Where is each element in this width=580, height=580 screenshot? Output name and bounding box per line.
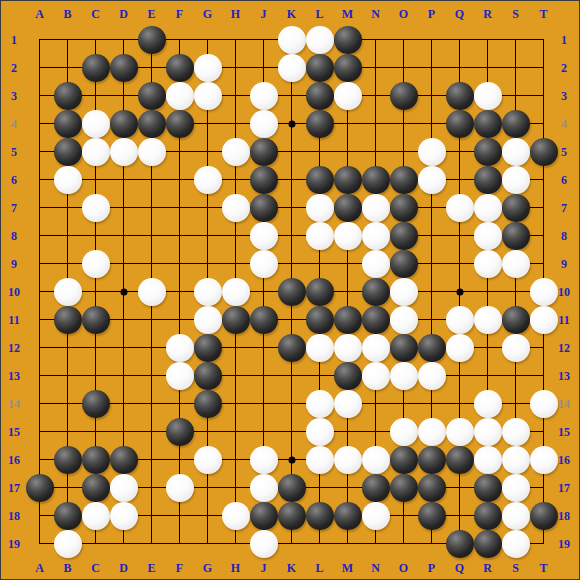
stone-black-C14 — [82, 390, 110, 418]
stone-white-R16 — [474, 446, 502, 474]
stone-white-Q7 — [446, 194, 474, 222]
stone-black-T18 — [530, 502, 558, 530]
col-label-bottom-F: F — [176, 562, 183, 574]
stone-white-S19 — [502, 530, 530, 558]
stone-white-L7 — [306, 194, 334, 222]
stone-black-O17 — [390, 474, 418, 502]
row-label-right-17: 17 — [558, 482, 570, 494]
row-label-right-7: 7 — [561, 202, 567, 214]
stone-white-L8 — [306, 222, 334, 250]
stone-white-D5 — [110, 138, 138, 166]
col-label-top-S: S — [512, 8, 519, 20]
stone-white-R8 — [474, 222, 502, 250]
stone-black-K18 — [278, 502, 306, 530]
stone-white-C4 — [82, 110, 110, 138]
col-label-top-F: F — [176, 8, 183, 20]
stone-white-F17 — [166, 474, 194, 502]
stone-white-N8 — [362, 222, 390, 250]
row-label-left-1: 1 — [11, 34, 17, 46]
stone-black-L6 — [306, 166, 334, 194]
stone-black-L10 — [306, 278, 334, 306]
stone-black-Q19 — [446, 530, 474, 558]
col-label-top-K: K — [287, 8, 296, 20]
stone-black-B11 — [54, 306, 82, 334]
stone-white-N13 — [362, 362, 390, 390]
stone-black-J5 — [250, 138, 278, 166]
stone-black-R18 — [474, 502, 502, 530]
stone-black-F4 — [166, 110, 194, 138]
stone-white-T14 — [530, 390, 558, 418]
stone-white-G3 — [194, 82, 222, 110]
stone-white-M16 — [334, 446, 362, 474]
row-label-left-14: 14 — [8, 398, 20, 410]
stone-white-K1 — [278, 26, 306, 54]
col-label-bottom-N: N — [371, 562, 380, 574]
stone-white-S12 — [502, 334, 530, 362]
col-label-bottom-R: R — [483, 562, 492, 574]
stone-white-S6 — [502, 166, 530, 194]
stone-black-G12 — [194, 334, 222, 362]
row-label-right-13: 13 — [558, 370, 570, 382]
row-label-right-15: 15 — [558, 426, 570, 438]
row-label-right-3: 3 — [561, 90, 567, 102]
row-label-left-16: 16 — [8, 454, 20, 466]
stone-white-Q12 — [446, 334, 474, 362]
stone-white-G2 — [194, 54, 222, 82]
stone-white-G10 — [194, 278, 222, 306]
col-label-top-B: B — [63, 8, 71, 20]
stone-white-M3 — [334, 82, 362, 110]
stone-black-P17 — [418, 474, 446, 502]
col-label-top-C: C — [91, 8, 100, 20]
col-label-bottom-G: G — [203, 562, 212, 574]
row-label-right-8: 8 — [561, 230, 567, 242]
stone-black-S11 — [502, 306, 530, 334]
star-point-D10 — [120, 288, 127, 295]
stone-white-N16 — [362, 446, 390, 474]
stone-white-S18 — [502, 502, 530, 530]
stone-white-J8 — [250, 222, 278, 250]
stone-black-B16 — [54, 446, 82, 474]
row-label-right-14: 14 — [558, 398, 570, 410]
stone-black-O8 — [390, 222, 418, 250]
stone-white-F13 — [166, 362, 194, 390]
stone-white-M14 — [334, 390, 362, 418]
stone-white-J9 — [250, 250, 278, 278]
stone-white-P13 — [418, 362, 446, 390]
stone-black-O16 — [390, 446, 418, 474]
stone-white-L14 — [306, 390, 334, 418]
stone-white-T11 — [530, 306, 558, 334]
stone-white-T10 — [530, 278, 558, 306]
stone-white-G6 — [194, 166, 222, 194]
stone-white-O10 — [390, 278, 418, 306]
col-label-bottom-P: P — [428, 562, 435, 574]
stone-black-N17 — [362, 474, 390, 502]
stone-white-Q11 — [446, 306, 474, 334]
stone-white-H7 — [222, 194, 250, 222]
col-label-top-P: P — [428, 8, 435, 20]
stone-black-D16 — [110, 446, 138, 474]
col-label-bottom-C: C — [91, 562, 100, 574]
row-label-left-5: 5 — [11, 146, 17, 158]
stone-white-S5 — [502, 138, 530, 166]
row-label-left-9: 9 — [11, 258, 17, 270]
row-label-left-4: 4 — [11, 118, 17, 130]
stone-white-O13 — [390, 362, 418, 390]
stone-white-N18 — [362, 502, 390, 530]
col-label-bottom-M: M — [342, 562, 353, 574]
row-label-left-3: 3 — [11, 90, 17, 102]
stone-black-R4 — [474, 110, 502, 138]
col-label-top-M: M — [342, 8, 353, 20]
col-label-top-T: T — [539, 8, 547, 20]
stone-black-L11 — [306, 306, 334, 334]
stone-white-D17 — [110, 474, 138, 502]
stone-black-E1 — [138, 26, 166, 54]
stone-black-A17 — [26, 474, 54, 502]
stone-black-M18 — [334, 502, 362, 530]
col-label-bottom-S: S — [512, 562, 519, 574]
stone-black-N11 — [362, 306, 390, 334]
col-label-top-D: D — [119, 8, 128, 20]
col-label-bottom-A: A — [35, 562, 44, 574]
stone-white-S16 — [502, 446, 530, 474]
stone-black-L2 — [306, 54, 334, 82]
stone-white-P15 — [418, 418, 446, 446]
row-label-left-8: 8 — [11, 230, 17, 242]
stone-white-C7 — [82, 194, 110, 222]
stone-white-R14 — [474, 390, 502, 418]
stone-black-K12 — [278, 334, 306, 362]
row-label-left-19: 19 — [8, 538, 20, 550]
stone-white-D18 — [110, 502, 138, 530]
row-label-left-6: 6 — [11, 174, 17, 186]
col-label-top-H: H — [231, 8, 240, 20]
stone-black-B3 — [54, 82, 82, 110]
row-label-right-1: 1 — [561, 34, 567, 46]
col-label-bottom-L: L — [315, 562, 323, 574]
stone-black-E3 — [138, 82, 166, 110]
star-point-K16 — [288, 456, 295, 463]
row-label-left-10: 10 — [8, 286, 20, 298]
stone-white-R7 — [474, 194, 502, 222]
stone-black-C16 — [82, 446, 110, 474]
col-label-top-O: O — [399, 8, 408, 20]
col-label-top-E: E — [147, 8, 155, 20]
stone-black-Q4 — [446, 110, 474, 138]
stone-white-T16 — [530, 446, 558, 474]
row-label-right-16: 16 — [558, 454, 570, 466]
stone-black-M11 — [334, 306, 362, 334]
stone-white-S15 — [502, 418, 530, 446]
stone-white-C9 — [82, 250, 110, 278]
stone-white-R3 — [474, 82, 502, 110]
stone-white-M12 — [334, 334, 362, 362]
col-label-top-N: N — [371, 8, 380, 20]
stone-black-C2 — [82, 54, 110, 82]
stone-white-E5 — [138, 138, 166, 166]
row-label-right-10: 10 — [558, 286, 570, 298]
stone-black-O12 — [390, 334, 418, 362]
stone-black-B5 — [54, 138, 82, 166]
stone-white-G11 — [194, 306, 222, 334]
stone-white-O15 — [390, 418, 418, 446]
row-label-right-12: 12 — [558, 342, 570, 354]
stone-black-M6 — [334, 166, 362, 194]
stone-black-L4 — [306, 110, 334, 138]
stone-white-J17 — [250, 474, 278, 502]
row-label-left-13: 13 — [8, 370, 20, 382]
stone-black-C17 — [82, 474, 110, 502]
row-label-right-18: 18 — [558, 510, 570, 522]
col-label-top-Q: Q — [455, 8, 464, 20]
stone-black-D4 — [110, 110, 138, 138]
stone-white-N9 — [362, 250, 390, 278]
stone-black-M13 — [334, 362, 362, 390]
stone-white-R15 — [474, 418, 502, 446]
row-label-left-11: 11 — [8, 314, 19, 326]
stone-white-P5 — [418, 138, 446, 166]
row-label-right-9: 9 — [561, 258, 567, 270]
stone-black-G14 — [194, 390, 222, 418]
col-label-bottom-B: B — [63, 562, 71, 574]
col-label-top-A: A — [35, 8, 44, 20]
stone-white-J3 — [250, 82, 278, 110]
row-label-left-15: 15 — [8, 426, 20, 438]
go-board[interactable]: AABBCCDDEEFFGGHHJJKKLLMMNNOOPPQQRRSSTT11… — [0, 0, 580, 580]
stone-black-S4 — [502, 110, 530, 138]
col-label-bottom-Q: Q — [455, 562, 464, 574]
col-label-bottom-J: J — [261, 562, 267, 574]
stone-white-J19 — [250, 530, 278, 558]
stone-white-F12 — [166, 334, 194, 362]
row-label-left-17: 17 — [8, 482, 20, 494]
stone-black-Q16 — [446, 446, 474, 474]
stone-black-O6 — [390, 166, 418, 194]
col-label-bottom-T: T — [539, 562, 547, 574]
stone-black-R6 — [474, 166, 502, 194]
stone-black-S8 — [502, 222, 530, 250]
stone-black-N10 — [362, 278, 390, 306]
stone-black-Q3 — [446, 82, 474, 110]
stone-white-N7 — [362, 194, 390, 222]
stone-black-G13 — [194, 362, 222, 390]
stone-white-B6 — [54, 166, 82, 194]
stone-white-O11 — [390, 306, 418, 334]
stone-white-K2 — [278, 54, 306, 82]
stone-black-B18 — [54, 502, 82, 530]
stone-black-P18 — [418, 502, 446, 530]
stone-white-M8 — [334, 222, 362, 250]
row-label-left-12: 12 — [8, 342, 20, 354]
stone-black-M7 — [334, 194, 362, 222]
stone-black-H11 — [222, 306, 250, 334]
col-label-top-J: J — [261, 8, 267, 20]
col-label-top-L: L — [315, 8, 323, 20]
stone-white-L12 — [306, 334, 334, 362]
row-label-right-11: 11 — [558, 314, 569, 326]
stone-black-J7 — [250, 194, 278, 222]
stone-black-D2 — [110, 54, 138, 82]
stone-white-R9 — [474, 250, 502, 278]
row-label-right-6: 6 — [561, 174, 567, 186]
stone-white-H18 — [222, 502, 250, 530]
stone-black-F2 — [166, 54, 194, 82]
col-label-bottom-D: D — [119, 562, 128, 574]
stone-white-H5 — [222, 138, 250, 166]
stone-black-R19 — [474, 530, 502, 558]
stone-black-K17 — [278, 474, 306, 502]
row-label-right-4: 4 — [561, 118, 567, 130]
stone-white-C5 — [82, 138, 110, 166]
stone-white-B10 — [54, 278, 82, 306]
stone-black-J11 — [250, 306, 278, 334]
stone-black-B4 — [54, 110, 82, 138]
stone-white-C18 — [82, 502, 110, 530]
stone-black-P12 — [418, 334, 446, 362]
stone-white-L16 — [306, 446, 334, 474]
stone-white-F3 — [166, 82, 194, 110]
stone-black-S7 — [502, 194, 530, 222]
stone-black-O3 — [390, 82, 418, 110]
stone-white-P6 — [418, 166, 446, 194]
stone-white-S17 — [502, 474, 530, 502]
stone-white-L15 — [306, 418, 334, 446]
star-point-Q10 — [456, 288, 463, 295]
stone-white-L1 — [306, 26, 334, 54]
row-label-left-18: 18 — [8, 510, 20, 522]
row-label-right-19: 19 — [558, 538, 570, 550]
star-point-K4 — [288, 120, 295, 127]
stone-black-T5 — [530, 138, 558, 166]
stone-white-G16 — [194, 446, 222, 474]
stone-black-E4 — [138, 110, 166, 138]
stone-black-L3 — [306, 82, 334, 110]
stone-white-J4 — [250, 110, 278, 138]
col-label-bottom-O: O — [399, 562, 408, 574]
stone-black-L18 — [306, 502, 334, 530]
col-label-top-G: G — [203, 8, 212, 20]
stone-black-K10 — [278, 278, 306, 306]
stone-white-H10 — [222, 278, 250, 306]
stone-black-N6 — [362, 166, 390, 194]
row-label-left-7: 7 — [11, 202, 17, 214]
stone-white-Q15 — [446, 418, 474, 446]
stone-black-O9 — [390, 250, 418, 278]
stone-black-J6 — [250, 166, 278, 194]
stone-black-C11 — [82, 306, 110, 334]
stone-black-M1 — [334, 26, 362, 54]
stone-black-O7 — [390, 194, 418, 222]
stone-white-S9 — [502, 250, 530, 278]
stone-black-M2 — [334, 54, 362, 82]
stone-black-F15 — [166, 418, 194, 446]
col-label-top-R: R — [483, 8, 492, 20]
stone-black-R17 — [474, 474, 502, 502]
stone-white-B19 — [54, 530, 82, 558]
row-label-right-5: 5 — [561, 146, 567, 158]
stone-white-E10 — [138, 278, 166, 306]
col-label-bottom-E: E — [147, 562, 155, 574]
stone-white-J16 — [250, 446, 278, 474]
stone-white-N12 — [362, 334, 390, 362]
stone-black-J18 — [250, 502, 278, 530]
stone-white-R11 — [474, 306, 502, 334]
stone-black-P16 — [418, 446, 446, 474]
col-label-bottom-K: K — [287, 562, 296, 574]
row-label-left-2: 2 — [11, 62, 17, 74]
col-label-bottom-H: H — [231, 562, 240, 574]
row-label-right-2: 2 — [561, 62, 567, 74]
stone-black-R5 — [474, 138, 502, 166]
